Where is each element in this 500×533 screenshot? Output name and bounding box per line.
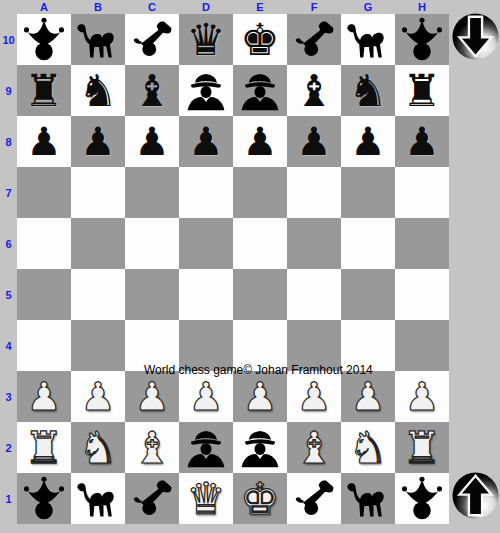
- square-h8[interactable]: ♟: [395, 116, 449, 167]
- white-jester[interactable]: [20, 476, 68, 522]
- square-d1[interactable]: ♛: [179, 473, 233, 524]
- white-pawn[interactable]: ♟: [243, 377, 278, 416]
- black-camel[interactable]: [74, 17, 122, 63]
- square-d8[interactable]: ♟: [179, 116, 233, 167]
- white-officer[interactable]: [182, 425, 230, 471]
- down-arrow-button[interactable]: [452, 13, 499, 60]
- white-camel[interactable]: [344, 476, 392, 522]
- black-jester[interactable]: [398, 17, 446, 63]
- square-b5[interactable]: [71, 269, 125, 320]
- white-rook[interactable]: ♜: [24, 426, 63, 470]
- black-bishop[interactable]: ♝: [294, 69, 333, 113]
- square-g7[interactable]: [341, 167, 395, 218]
- square-b3[interactable]: ♟: [71, 371, 125, 422]
- board: ♛♚♜♞♝♝♞♜♟♟♟♟♟♟♟♟♟♟♟♟♟♟♟♟♜♞♝♝♞♜♛♚: [17, 14, 449, 524]
- black-pawn[interactable]: ♟: [135, 122, 170, 161]
- square-g9[interactable]: ♞: [341, 65, 395, 116]
- white-king[interactable]: ♚: [240, 477, 279, 521]
- square-e7[interactable]: [233, 167, 287, 218]
- square-g8[interactable]: ♟: [341, 116, 395, 167]
- rank-label-7: 7: [0, 167, 17, 218]
- white-cannon[interactable]: [128, 476, 176, 522]
- square-f5[interactable]: [287, 269, 341, 320]
- black-officer[interactable]: [236, 68, 284, 114]
- square-h6[interactable]: [395, 218, 449, 269]
- square-c6[interactable]: [125, 218, 179, 269]
- black-jester[interactable]: [20, 17, 68, 63]
- square-a5[interactable]: [17, 269, 71, 320]
- square-a10[interactable]: [17, 14, 71, 65]
- square-e8[interactable]: ♟: [233, 116, 287, 167]
- file-label-a: A: [17, 0, 71, 14]
- square-g2[interactable]: ♞: [341, 422, 395, 473]
- black-knight[interactable]: ♞: [348, 69, 387, 113]
- black-pawn[interactable]: ♟: [189, 122, 224, 161]
- black-rook[interactable]: ♜: [402, 69, 441, 113]
- black-officer[interactable]: [182, 68, 230, 114]
- rank-label-9: 9: [0, 65, 17, 116]
- square-g1[interactable]: [341, 473, 395, 524]
- square-f10[interactable]: [287, 14, 341, 65]
- square-e5[interactable]: [233, 269, 287, 320]
- square-f3[interactable]: ♟: [287, 371, 341, 422]
- black-pawn[interactable]: ♟: [27, 122, 62, 161]
- rank-label-3: 3: [0, 371, 17, 422]
- black-camel[interactable]: [344, 17, 392, 63]
- black-king[interactable]: ♚: [240, 18, 279, 62]
- file-label-e: E: [233, 0, 287, 14]
- white-cannon[interactable]: [290, 476, 338, 522]
- black-queen[interactable]: ♛: [186, 18, 225, 62]
- white-pawn[interactable]: ♟: [135, 377, 170, 416]
- square-g10[interactable]: [341, 14, 395, 65]
- rank-label-2: 2: [0, 422, 17, 473]
- credit-text: World chess game© Johan Framhout 2014: [144, 363, 373, 377]
- square-b6[interactable]: [71, 218, 125, 269]
- square-a2[interactable]: ♜: [17, 422, 71, 473]
- square-h4[interactable]: [395, 320, 449, 371]
- white-knight[interactable]: ♞: [78, 426, 117, 470]
- square-e1[interactable]: ♚: [233, 473, 287, 524]
- square-f6[interactable]: [287, 218, 341, 269]
- rank-labels: 10987654321: [0, 14, 17, 524]
- square-g6[interactable]: [341, 218, 395, 269]
- square-c7[interactable]: [125, 167, 179, 218]
- square-b7[interactable]: [71, 167, 125, 218]
- square-b1[interactable]: [71, 473, 125, 524]
- square-h5[interactable]: [395, 269, 449, 320]
- rank-label-4: 4: [0, 320, 17, 371]
- square-e2[interactable]: [233, 422, 287, 473]
- rank-label-6: 6: [0, 218, 17, 269]
- rank-label-1: 1: [0, 473, 17, 524]
- square-h9[interactable]: ♜: [395, 65, 449, 116]
- square-a9[interactable]: ♜: [17, 65, 71, 116]
- white-knight[interactable]: ♞: [348, 426, 387, 470]
- square-b2[interactable]: ♞: [71, 422, 125, 473]
- square-c9[interactable]: ♝: [125, 65, 179, 116]
- white-officer[interactable]: [236, 425, 284, 471]
- world-chess-game-stage: ABCDEFGH 10987654321 ♛♚♜♞♝♝♞♜♟♟♟♟♟♟♟♟♟♟♟…: [0, 0, 500, 533]
- black-cannon[interactable]: [290, 17, 338, 63]
- square-h7[interactable]: [395, 167, 449, 218]
- rank-label-5: 5: [0, 269, 17, 320]
- black-pawn[interactable]: ♟: [243, 122, 278, 161]
- square-b9[interactable]: ♞: [71, 65, 125, 116]
- white-rook[interactable]: ♜: [402, 426, 441, 470]
- square-h1[interactable]: [395, 473, 449, 524]
- square-c1[interactable]: [125, 473, 179, 524]
- white-bishop[interactable]: ♝: [294, 426, 333, 470]
- black-pawn[interactable]: ♟: [297, 122, 332, 161]
- black-pawn[interactable]: ♟: [81, 122, 116, 161]
- rank-label-8: 8: [0, 116, 17, 167]
- square-a6[interactable]: [17, 218, 71, 269]
- file-label-h: H: [395, 0, 449, 14]
- square-e6[interactable]: [233, 218, 287, 269]
- square-a8[interactable]: ♟: [17, 116, 71, 167]
- square-d6[interactable]: [179, 218, 233, 269]
- square-h10[interactable]: [395, 14, 449, 65]
- square-a4[interactable]: [17, 320, 71, 371]
- square-d3[interactable]: ♟: [179, 371, 233, 422]
- square-a3[interactable]: ♟: [17, 371, 71, 422]
- white-bishop[interactable]: ♝: [132, 426, 171, 470]
- white-pawn[interactable]: ♟: [405, 377, 440, 416]
- white-jester[interactable]: [398, 476, 446, 522]
- square-d2[interactable]: [179, 422, 233, 473]
- rank-label-10: 10: [0, 14, 17, 65]
- square-g3[interactable]: ♟: [341, 371, 395, 422]
- square-f9[interactable]: ♝: [287, 65, 341, 116]
- square-d5[interactable]: [179, 269, 233, 320]
- black-pawn[interactable]: ♟: [405, 122, 440, 161]
- square-h3[interactable]: ♟: [395, 371, 449, 422]
- square-f8[interactable]: ♟: [287, 116, 341, 167]
- black-cannon[interactable]: [128, 17, 176, 63]
- square-b10[interactable]: [71, 14, 125, 65]
- square-c8[interactable]: ♟: [125, 116, 179, 167]
- square-c2[interactable]: ♝: [125, 422, 179, 473]
- black-knight[interactable]: ♞: [78, 69, 117, 113]
- square-c5[interactable]: [125, 269, 179, 320]
- down-arrow-icon: [452, 13, 499, 60]
- white-camel[interactable]: [74, 476, 122, 522]
- square-f1[interactable]: [287, 473, 341, 524]
- square-f7[interactable]: [287, 167, 341, 218]
- square-e3[interactable]: ♟: [233, 371, 287, 422]
- square-a7[interactable]: [17, 167, 71, 218]
- file-labels: ABCDEFGH: [17, 0, 449, 14]
- square-c3[interactable]: ♟: [125, 371, 179, 422]
- file-label-b: B: [71, 0, 125, 14]
- file-label-g: G: [341, 0, 395, 14]
- black-bishop[interactable]: ♝: [132, 69, 171, 113]
- square-g5[interactable]: [341, 269, 395, 320]
- square-e9[interactable]: [233, 65, 287, 116]
- white-pawn[interactable]: ♟: [27, 377, 62, 416]
- white-pawn[interactable]: ♟: [81, 377, 116, 416]
- square-a1[interactable]: [17, 473, 71, 524]
- white-pawn[interactable]: ♟: [189, 377, 224, 416]
- square-f2[interactable]: ♝: [287, 422, 341, 473]
- white-pawn[interactable]: ♟: [351, 377, 386, 416]
- file-label-c: C: [125, 0, 179, 14]
- square-c10[interactable]: [125, 14, 179, 65]
- white-queen[interactable]: ♛: [186, 477, 225, 521]
- square-h2[interactable]: ♜: [395, 422, 449, 473]
- up-arrow-button[interactable]: [452, 472, 499, 519]
- square-b8[interactable]: ♟: [71, 116, 125, 167]
- square-d7[interactable]: [179, 167, 233, 218]
- square-d9[interactable]: [179, 65, 233, 116]
- black-pawn[interactable]: ♟: [351, 122, 386, 161]
- file-label-d: D: [179, 0, 233, 14]
- file-label-f: F: [287, 0, 341, 14]
- square-e10[interactable]: ♚: [233, 14, 287, 65]
- square-b4[interactable]: [71, 320, 125, 371]
- square-d10[interactable]: ♛: [179, 14, 233, 65]
- black-rook[interactable]: ♜: [24, 69, 63, 113]
- white-pawn[interactable]: ♟: [297, 377, 332, 416]
- up-arrow-icon: [452, 472, 499, 519]
